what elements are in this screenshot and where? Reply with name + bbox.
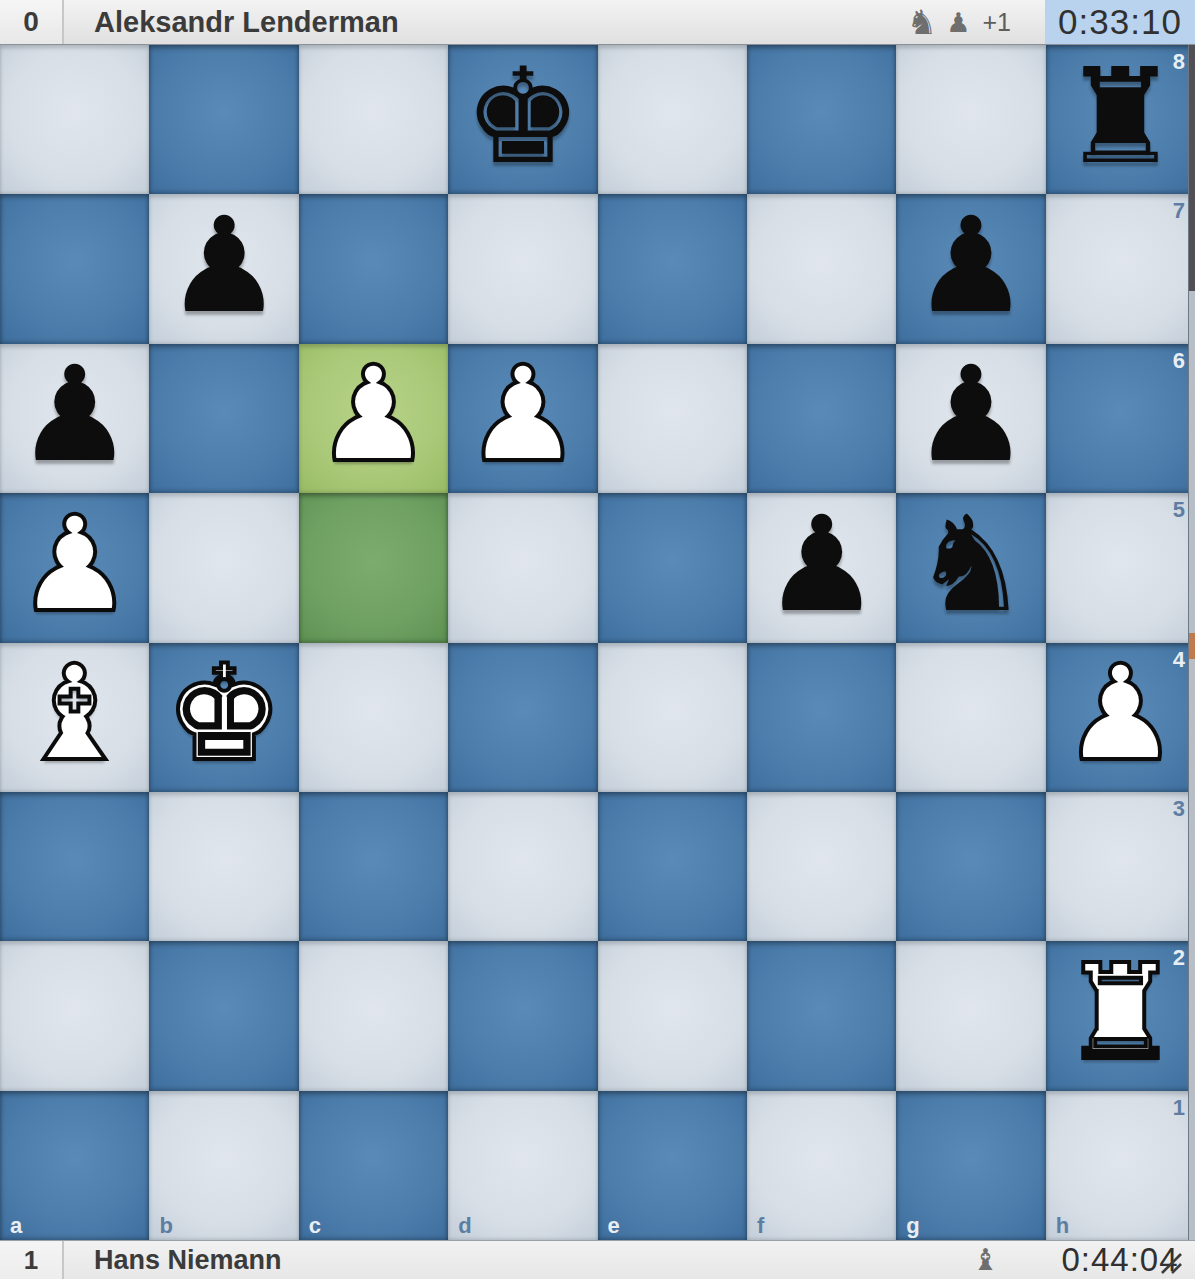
piece-black-king[interactable]: ♚ [464,50,582,182]
square-e4[interactable] [598,643,747,792]
rank-label-4: 4 [1173,649,1185,671]
square-e2[interactable] [598,941,747,1090]
square-d5[interactable] [448,493,597,642]
square-g6[interactable]: ♟ [896,344,1045,493]
pawn-icon: ♟ [946,9,970,36]
top-captured-pieces: ♞♟ +1 [907,5,1011,39]
square-g2[interactable] [896,941,1045,1090]
square-h1[interactable]: h1 [1046,1091,1195,1240]
square-g3[interactable] [896,792,1045,941]
piece-black-pawn[interactable]: ♟ [16,348,134,480]
piece-white-rook[interactable]: ♜ [1061,946,1179,1078]
square-a8[interactable] [0,45,149,194]
square-b5[interactable] [149,493,298,642]
square-e1[interactable]: e [598,1091,747,1240]
square-h2[interactable]: ♜2 [1046,941,1195,1090]
square-f6[interactable] [747,344,896,493]
piece-black-pawn[interactable]: ♟ [762,498,880,630]
rank-label-8: 8 [1173,51,1185,73]
square-c8[interactable] [299,45,448,194]
square-e5[interactable] [598,493,747,642]
top-player-score: 0 [0,0,64,44]
square-f1[interactable]: f [747,1091,896,1240]
square-f2[interactable] [747,941,896,1090]
piece-white-pawn[interactable]: ♟ [1061,647,1179,779]
square-f7[interactable] [747,194,896,343]
square-h4[interactable]: ♟4 [1046,643,1195,792]
square-g4[interactable] [896,643,1045,792]
square-e3[interactable] [598,792,747,941]
square-c4[interactable] [299,643,448,792]
piece-white-pawn[interactable]: ♟ [16,498,134,630]
square-b6[interactable] [149,344,298,493]
square-b7[interactable]: ♟ [149,194,298,343]
square-g7[interactable]: ♟ [896,194,1045,343]
square-c3[interactable] [299,792,448,941]
square-d7[interactable] [448,194,597,343]
square-e6[interactable] [598,344,747,493]
chess-board: ♚♜8♟♟7♟♟♟♟6♟♟♞5♝♚♟43♜2abcdefgh1 [0,45,1195,1240]
square-d3[interactable] [448,792,597,941]
knight-icon: ♞ [907,5,937,39]
rank-label-2: 2 [1173,947,1185,969]
square-a4[interactable]: ♝ [0,643,149,792]
square-h3[interactable]: 3 [1046,792,1195,941]
square-a1[interactable]: a [0,1091,149,1240]
piece-white-pawn[interactable]: ♟ [314,348,432,480]
piece-white-bishop[interactable]: ♝ [16,647,134,779]
file-label-d: d [458,1215,471,1237]
file-label-a: a [10,1215,22,1237]
scrollbar[interactable] [1188,45,1195,1240]
square-c7[interactable] [299,194,448,343]
square-e7[interactable] [598,194,747,343]
piece-black-pawn[interactable]: ♟ [165,199,283,331]
square-h8[interactable]: ♜8 [1046,45,1195,194]
rank-label-1: 1 [1173,1097,1185,1119]
square-b8[interactable] [149,45,298,194]
top-player-name: Aleksandr Lenderman [94,6,399,39]
square-e8[interactable] [598,45,747,194]
square-c6[interactable]: ♟ [299,344,448,493]
square-d2[interactable] [448,941,597,1090]
broadcast-board-view: 0 Aleksandr Lenderman ♞♟ +1 0:33:10 ♚♜8♟… [0,0,1195,1279]
square-a3[interactable] [0,792,149,941]
square-d8[interactable]: ♚ [448,45,597,194]
piece-black-pawn[interactable]: ♟ [912,348,1030,480]
square-c2[interactable] [299,941,448,1090]
bottom-player-score: 1 [0,1241,64,1279]
scrollbar-marker [1189,633,1195,659]
file-label-b: b [159,1215,172,1237]
top-player-bar: 0 Aleksandr Lenderman ♞♟ +1 0:33:10 [0,0,1195,45]
piece-white-king[interactable]: ♚ [165,647,283,779]
square-b1[interactable]: b [149,1091,298,1240]
square-a7[interactable] [0,194,149,343]
rank-label-5: 5 [1173,499,1185,521]
rank-label-3: 3 [1173,798,1185,820]
square-h7[interactable]: 7 [1046,194,1195,343]
square-h5[interactable]: 5 [1046,493,1195,642]
square-b3[interactable] [149,792,298,941]
file-label-g: g [906,1215,919,1237]
square-b4[interactable]: ♚ [149,643,298,792]
square-g8[interactable] [896,45,1045,194]
resize-handle[interactable] [1158,1250,1184,1276]
piece-white-pawn[interactable]: ♟ [464,348,582,480]
bottom-player-bar: 1 Hans Niemann ♝ 0:44:04 [0,1240,1195,1279]
square-a6[interactable]: ♟ [0,344,149,493]
square-f5[interactable]: ♟ [747,493,896,642]
file-label-c: c [309,1215,321,1237]
square-g5[interactable]: ♞ [896,493,1045,642]
scrollbar-thumb[interactable] [1189,45,1195,291]
piece-black-rook[interactable]: ♜ [1061,50,1179,182]
square-d4[interactable] [448,643,597,792]
square-c1[interactable]: c [299,1091,448,1240]
file-label-e: e [608,1215,620,1237]
top-material-advantage: +1 [982,8,1011,37]
square-h6[interactable]: 6 [1046,344,1195,493]
bishop-icon: ♝ [972,1245,999,1275]
bottom-player-name: Hans Niemann [94,1245,282,1276]
square-c5[interactable] [299,493,448,642]
piece-black-pawn[interactable]: ♟ [912,199,1030,331]
square-b2[interactable] [149,941,298,1090]
square-d1[interactable]: d [448,1091,597,1240]
square-f3[interactable] [747,792,896,941]
file-label-h: h [1056,1215,1069,1237]
square-f4[interactable] [747,643,896,792]
square-f8[interactable] [747,45,896,194]
square-d6[interactable]: ♟ [448,344,597,493]
square-g1[interactable]: g [896,1091,1045,1240]
top-player-clock: 0:33:10 [1045,0,1195,44]
bottom-captured-pieces: ♝ [972,1245,1011,1275]
file-label-f: f [757,1215,764,1237]
rank-label-7: 7 [1173,200,1185,222]
square-a5[interactable]: ♟ [0,493,149,642]
square-a2[interactable] [0,941,149,1090]
piece-black-knight[interactable]: ♞ [912,498,1030,630]
rank-label-6: 6 [1173,350,1185,372]
